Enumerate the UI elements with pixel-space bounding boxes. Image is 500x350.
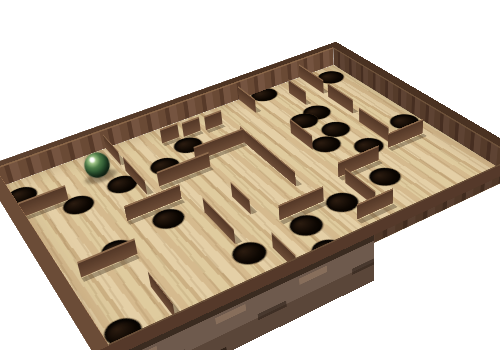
maze-box[interactable] xyxy=(1,65,500,350)
maze-wall-v xyxy=(203,197,236,244)
product-photo-scene xyxy=(0,0,500,350)
maze-wall-v xyxy=(240,126,296,187)
maze-hole xyxy=(316,119,355,140)
maze-wall-v xyxy=(288,79,306,105)
maze-wall-v xyxy=(327,83,352,114)
maze-wall-h xyxy=(204,110,222,130)
maze-wall-v xyxy=(359,107,389,141)
camera-roll-wrapper xyxy=(0,0,500,350)
box-foot xyxy=(439,232,461,248)
maze-hole xyxy=(364,165,407,190)
maze-wall-v xyxy=(148,271,176,319)
maze-wall-v xyxy=(230,182,250,215)
